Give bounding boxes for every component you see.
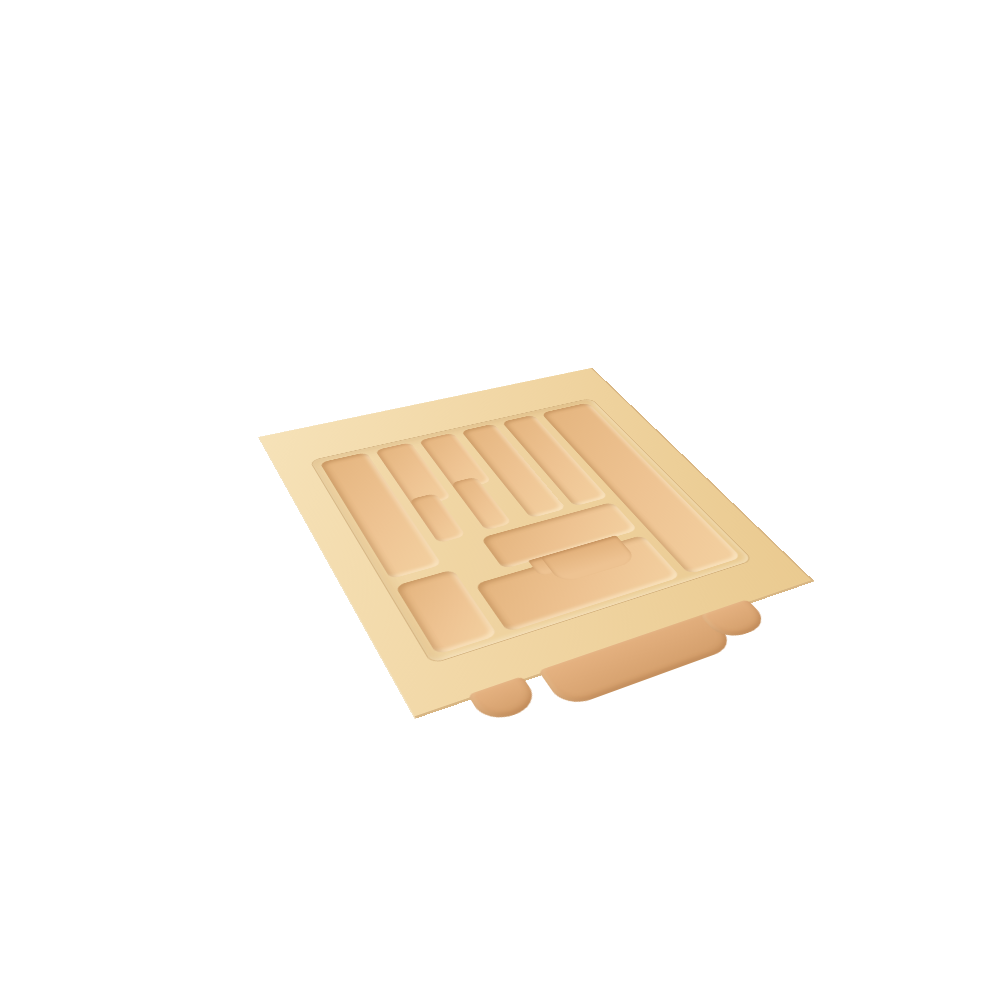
tray-foot-left	[468, 676, 542, 725]
tray-foot-middle	[538, 613, 737, 709]
photo-page: { "scene": { "type": "product-photograph…	[0, 0, 999, 1000]
cutlery-tray	[258, 368, 815, 719]
product-photo-stage	[0, 0, 999, 1000]
